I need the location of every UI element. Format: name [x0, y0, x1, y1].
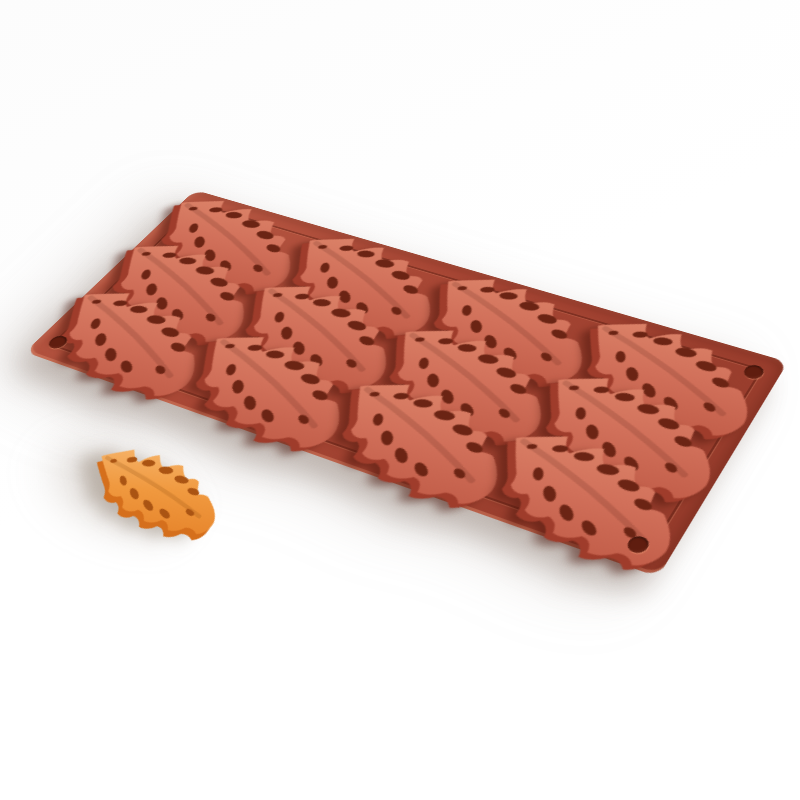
mold-tray-wrapper [0, 0, 800, 800]
product-photo-stage [0, 0, 800, 800]
